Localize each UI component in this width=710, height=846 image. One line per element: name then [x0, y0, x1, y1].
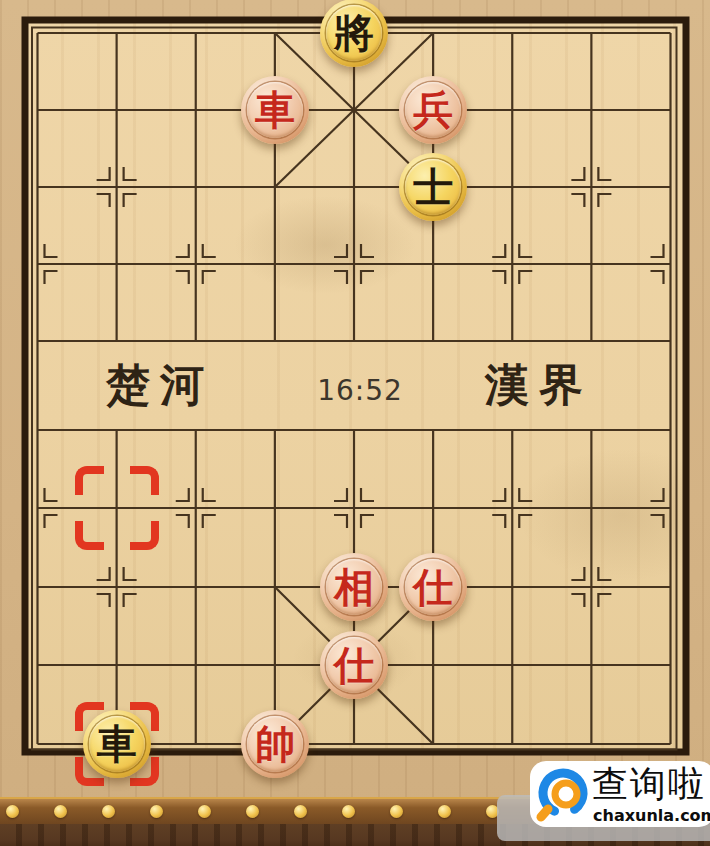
- piece-red-advisor[interactable]: 仕: [399, 553, 467, 621]
- piece-black-general[interactable]: 將: [320, 0, 388, 67]
- piece-glyph: 仕: [413, 567, 453, 607]
- watermark-domain: chaxunla.com: [593, 806, 710, 825]
- piece-red-chariot[interactable]: 車: [241, 76, 309, 144]
- magnifier-logo-icon: [534, 765, 594, 825]
- gold-stud-icon: [294, 805, 307, 818]
- piece-glyph: 將: [334, 13, 374, 53]
- piece-glyph: 兵: [413, 90, 453, 130]
- piece-glyph: 仕: [334, 645, 374, 685]
- xiangqi-app: 楚河 16:52 漢界 將車兵士相仕仕帥車 查询啦 chaxunla.com: [0, 0, 710, 846]
- gold-stud-icon: [102, 805, 115, 818]
- piece-red-soldier[interactable]: 兵: [399, 76, 467, 144]
- xiangqi-board[interactable]: 將車兵士相仕仕帥車: [0, 0, 710, 784]
- piece-red-general[interactable]: 帥: [241, 710, 309, 778]
- gold-stud-icon: [342, 805, 355, 818]
- move-origin-marker: [75, 466, 159, 550]
- gold-stud-icon: [438, 805, 451, 818]
- gold-stud-icon: [246, 805, 259, 818]
- piece-black-advisor[interactable]: 士: [399, 153, 467, 221]
- piece-glyph: 車: [97, 724, 137, 764]
- watermark-brand: 查询啦: [592, 766, 710, 802]
- gold-stud-icon: [54, 805, 67, 818]
- piece-glyph: 相: [334, 567, 374, 607]
- gold-stud-icon: [150, 805, 163, 818]
- piece-red-advisor-2[interactable]: 仕: [320, 631, 388, 699]
- piece-glyph: 帥: [255, 724, 295, 764]
- gold-stud-icon: [198, 805, 211, 818]
- gold-stud-icon: [6, 805, 19, 818]
- piece-red-elephant[interactable]: 相: [320, 553, 388, 621]
- piece-glyph: 士: [413, 167, 453, 207]
- piece-glyph: 車: [255, 90, 295, 130]
- piece-black-chariot[interactable]: 車: [83, 710, 151, 778]
- gold-stud-icon: [390, 805, 403, 818]
